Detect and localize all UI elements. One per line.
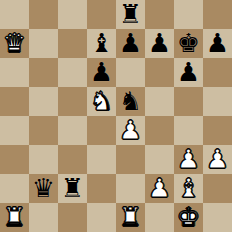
black-king-g7[interactable]: ♚ [177,29,200,58]
square-e2[interactable] [116,174,145,203]
white-pawn-e4[interactable]: ♟ [119,116,142,145]
square-a5[interactable] [0,87,29,116]
square-h6[interactable] [203,58,232,87]
square-h5[interactable] [203,87,232,116]
square-a6[interactable] [0,58,29,87]
square-h2[interactable] [203,174,232,203]
square-g7[interactable]: ♚ [174,29,203,58]
black-pawn-d6[interactable]: ♟ [90,58,113,87]
square-b7[interactable] [29,29,58,58]
square-c7[interactable] [58,29,87,58]
square-g4[interactable] [174,116,203,145]
square-c3[interactable] [58,145,87,174]
square-b5[interactable] [29,87,58,116]
square-c5[interactable] [58,87,87,116]
white-pawn-h3[interactable]: ♟ [206,145,229,174]
square-g8[interactable] [174,0,203,29]
white-pawn-f2[interactable]: ♟ [148,174,171,203]
square-f4[interactable] [145,116,174,145]
square-f2[interactable]: ♟ [145,174,174,203]
square-f1[interactable] [145,203,174,232]
square-d7[interactable]: ♝ [87,29,116,58]
white-bishop-g2[interactable]: ♝ [177,174,200,203]
square-c1[interactable] [58,203,87,232]
black-bishop-d7[interactable]: ♝ [90,29,113,58]
square-a8[interactable] [0,0,29,29]
square-d5[interactable]: ♞ [87,87,116,116]
square-b6[interactable] [29,58,58,87]
square-c6[interactable] [58,58,87,87]
square-d8[interactable] [87,0,116,29]
square-h4[interactable] [203,116,232,145]
square-f5[interactable] [145,87,174,116]
square-d6[interactable]: ♟ [87,58,116,87]
black-pawn-e7[interactable]: ♟ [119,29,142,58]
white-pawn-g3[interactable]: ♟ [177,145,200,174]
square-e3[interactable] [116,145,145,174]
square-c2[interactable]: ♜ [58,174,87,203]
white-knight-d5[interactable]: ♞ [90,87,113,116]
square-e6[interactable] [116,58,145,87]
square-a7[interactable]: ♛ [0,29,29,58]
black-pawn-g6[interactable]: ♟ [177,58,200,87]
square-h1[interactable] [203,203,232,232]
square-f6[interactable] [145,58,174,87]
square-b4[interactable] [29,116,58,145]
square-f3[interactable] [145,145,174,174]
square-e4[interactable]: ♟ [116,116,145,145]
square-g3[interactable]: ♟ [174,145,203,174]
square-e8[interactable]: ♜ [116,0,145,29]
black-rook-e8[interactable]: ♜ [119,0,142,29]
square-d1[interactable] [87,203,116,232]
black-rook-c2[interactable]: ♜ [61,174,84,203]
square-d4[interactable] [87,116,116,145]
square-g6[interactable]: ♟ [174,58,203,87]
square-a2[interactable] [0,174,29,203]
white-rook-e1[interactable]: ♜ [119,203,142,232]
square-b2[interactable]: ♛ [29,174,58,203]
black-queen-b2[interactable]: ♛ [32,174,55,203]
square-a3[interactable] [0,145,29,174]
square-h8[interactable] [203,0,232,29]
square-g1[interactable]: ♚ [174,203,203,232]
square-b3[interactable] [29,145,58,174]
square-c4[interactable] [58,116,87,145]
square-c8[interactable] [58,0,87,29]
square-e7[interactable]: ♟ [116,29,145,58]
chess-board: ♜♛♝♟♟♚♟♟♟♞♞♟♟♟♛♜♟♝♜♜♚ [0,0,232,232]
square-a1[interactable]: ♜ [0,203,29,232]
square-d3[interactable] [87,145,116,174]
square-h3[interactable]: ♟ [203,145,232,174]
square-e1[interactable]: ♜ [116,203,145,232]
square-f7[interactable]: ♟ [145,29,174,58]
white-king-g1[interactable]: ♚ [177,203,200,232]
square-d2[interactable] [87,174,116,203]
black-knight-e5[interactable]: ♞ [119,87,142,116]
square-f8[interactable] [145,0,174,29]
white-rook-a1[interactable]: ♜ [3,203,26,232]
black-pawn-h7[interactable]: ♟ [206,29,229,58]
square-a4[interactable] [0,116,29,145]
square-g2[interactable]: ♝ [174,174,203,203]
square-e5[interactable]: ♞ [116,87,145,116]
square-b1[interactable] [29,203,58,232]
square-b8[interactable] [29,0,58,29]
square-h7[interactable]: ♟ [203,29,232,58]
white-queen-a7[interactable]: ♛ [3,29,26,58]
black-pawn-f7[interactable]: ♟ [148,29,171,58]
square-g5[interactable] [174,87,203,116]
